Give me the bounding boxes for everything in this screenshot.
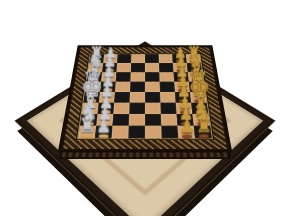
piece-wood-base — [198, 134, 208, 137]
square-c7[interactable]: ♟ — [174, 72, 189, 82]
square-g6[interactable] — [161, 114, 178, 126]
square-a1[interactable]: ♜ — [89, 54, 104, 63]
square-a2[interactable]: ♟ — [103, 54, 118, 63]
square-f2[interactable]: ♟ — [98, 103, 115, 114]
piece-wood-base — [88, 88, 97, 91]
square-e6[interactable] — [160, 92, 176, 103]
piece-wood-base — [190, 60, 198, 63]
square-a3[interactable] — [117, 54, 131, 63]
piece-wood-base — [104, 78, 113, 81]
piece-wood-base — [102, 99, 111, 102]
piece-wood-base — [194, 99, 203, 102]
white-pawn-icon: ♟ — [102, 65, 115, 80]
black-rook-icon: ♜ — [187, 45, 201, 61]
square-d8[interactable]: ♛ — [189, 82, 205, 92]
piece-wood-base — [90, 78, 99, 81]
piece-black-pawn[interactable]: ♟ — [177, 95, 191, 113]
square-b3[interactable] — [116, 63, 131, 72]
piece-wood-base — [193, 88, 202, 91]
piece-black-pawn[interactable]: ♟ — [177, 85, 191, 102]
black-pawn-icon: ♟ — [174, 47, 186, 61]
piece-white-pawn[interactable]: ♟ — [100, 85, 114, 102]
square-g5[interactable] — [145, 114, 161, 126]
square-g7[interactable]: ♟ — [177, 114, 194, 126]
square-b2[interactable]: ♟ — [102, 63, 117, 72]
square-h8[interactable]: ♜ — [194, 126, 212, 139]
piece-wood-base — [101, 110, 110, 113]
square-e7[interactable]: ♟ — [175, 92, 191, 103]
piece-wood-base — [106, 60, 114, 63]
white-king-icon: ♚ — [80, 75, 102, 100]
square-f5[interactable] — [145, 103, 161, 114]
square-c8[interactable]: ♝ — [188, 72, 204, 82]
piece-white-bishop[interactable]: ♝ — [80, 90, 99, 113]
square-a6[interactable] — [159, 54, 173, 63]
piece-wood-base — [180, 110, 189, 113]
square-b7[interactable]: ♟ — [173, 63, 188, 72]
square-d4[interactable] — [130, 82, 145, 92]
square-h2[interactable]: ♟ — [95, 126, 113, 139]
square-e4[interactable] — [130, 92, 145, 103]
square-e5[interactable] — [145, 92, 160, 103]
piece-white-pawn[interactable]: ♟ — [102, 65, 115, 82]
white-pawn-icon: ♟ — [100, 85, 114, 100]
board-grid: ♜♟♟♜♞♟♟♞♝♟♟♝♛♟♟♛♚♟♟♚♝♟♟♝♞♟♟♞♜♟♟♜ — [78, 54, 212, 138]
piece-wood-base — [91, 69, 100, 72]
square-f4[interactable] — [129, 103, 145, 114]
square-f1[interactable]: ♝ — [82, 103, 99, 114]
square-g3[interactable] — [113, 114, 130, 126]
piece-black-pawn[interactable]: ♟ — [175, 65, 188, 82]
piece-wood-base — [103, 88, 112, 91]
piece-wood-base — [98, 134, 108, 137]
square-d7[interactable]: ♟ — [174, 82, 190, 92]
square-d3[interactable] — [115, 82, 130, 92]
piece-wood-base — [105, 69, 114, 72]
white-pawn-icon: ♟ — [104, 47, 116, 61]
square-a5[interactable] — [145, 54, 159, 63]
square-g4[interactable] — [129, 114, 145, 126]
piece-wood-base — [92, 60, 100, 63]
square-a7[interactable]: ♟ — [172, 54, 187, 63]
black-pawn-icon: ♟ — [175, 65, 188, 80]
square-f7[interactable]: ♟ — [176, 103, 193, 114]
piece-white-pawn[interactable]: ♟ — [96, 119, 111, 138]
square-e1[interactable]: ♚ — [83, 92, 100, 103]
piece-white-pawn[interactable]: ♟ — [98, 95, 112, 113]
square-g2[interactable]: ♟ — [96, 114, 113, 126]
square-e2[interactable]: ♟ — [99, 92, 115, 103]
square-d5[interactable] — [145, 82, 160, 92]
square-b4[interactable] — [131, 63, 145, 72]
square-h6[interactable] — [161, 126, 178, 139]
square-c4[interactable] — [130, 72, 145, 82]
white-rook-icon: ♜ — [89, 45, 103, 61]
square-h7[interactable]: ♟ — [177, 126, 195, 139]
square-d1[interactable]: ♛ — [85, 82, 101, 92]
square-f8[interactable]: ♝ — [191, 103, 208, 114]
square-c6[interactable] — [159, 72, 174, 82]
square-c2[interactable]: ♟ — [101, 72, 116, 82]
piece-white-pawn[interactable]: ♟ — [104, 47, 116, 63]
piece-white-rook[interactable]: ♜ — [89, 45, 103, 63]
square-b8[interactable]: ♞ — [187, 63, 202, 72]
square-f6[interactable] — [160, 103, 176, 114]
square-b1[interactable]: ♞ — [88, 63, 103, 72]
square-a4[interactable] — [131, 54, 145, 63]
square-h5[interactable] — [145, 126, 162, 139]
square-g8[interactable]: ♞ — [192, 114, 210, 126]
square-e8[interactable]: ♚ — [190, 92, 207, 103]
piece-black-pawn[interactable]: ♟ — [174, 47, 186, 63]
piece-black-bishop[interactable]: ♝ — [191, 90, 210, 113]
square-h3[interactable] — [112, 126, 129, 139]
square-c3[interactable] — [116, 72, 131, 82]
piece-wood-base — [179, 99, 188, 102]
square-c1[interactable]: ♝ — [86, 72, 102, 82]
piece-wood-base — [195, 110, 204, 113]
square-e3[interactable] — [114, 92, 130, 103]
piece-wood-base — [176, 69, 185, 72]
piece-wood-base — [176, 60, 184, 63]
square-a8[interactable]: ♜ — [186, 54, 201, 63]
piece-wood-base — [197, 122, 207, 125]
piece-black-rook[interactable]: ♜ — [187, 45, 201, 63]
chess-set-photo: ♜♟♟♜♞♟♟♞♝♟♟♝♛♟♟♛♚♟♟♚♝♟♟♝♞♟♟♞♜♟♟♜ — [0, 0, 290, 216]
piece-wood-base — [83, 122, 93, 125]
black-pawn-icon: ♟ — [177, 85, 191, 100]
piece-wood-base — [87, 99, 96, 102]
square-d6[interactable] — [160, 82, 175, 92]
square-d2[interactable]: ♟ — [100, 82, 116, 92]
piece-wood-base — [178, 88, 187, 91]
piece-wood-base — [191, 69, 200, 72]
piece-black-pawn[interactable]: ♟ — [179, 119, 194, 138]
square-f3[interactable] — [113, 103, 129, 114]
piece-wood-base — [182, 134, 192, 137]
piece-wood-base — [100, 122, 110, 125]
square-h4[interactable] — [128, 126, 145, 139]
piece-wood-base — [85, 110, 94, 113]
square-b5[interactable] — [145, 63, 159, 72]
square-b6[interactable] — [159, 63, 174, 72]
square-h1[interactable]: ♜ — [78, 126, 96, 139]
piece-wood-base — [82, 134, 92, 137]
square-g1[interactable]: ♞ — [80, 114, 98, 126]
square-c5[interactable] — [145, 72, 160, 82]
black-king-icon: ♚ — [188, 75, 210, 100]
chess-board: ♜♟♟♜♞♟♟♞♝♟♟♝♛♟♟♛♚♟♟♚♝♟♟♝♞♟♟♞♜♟♟♜ — [60, 46, 229, 150]
piece-wood-base — [181, 122, 191, 125]
piece-wood-base — [177, 78, 186, 81]
piece-wood-base — [192, 78, 201, 81]
